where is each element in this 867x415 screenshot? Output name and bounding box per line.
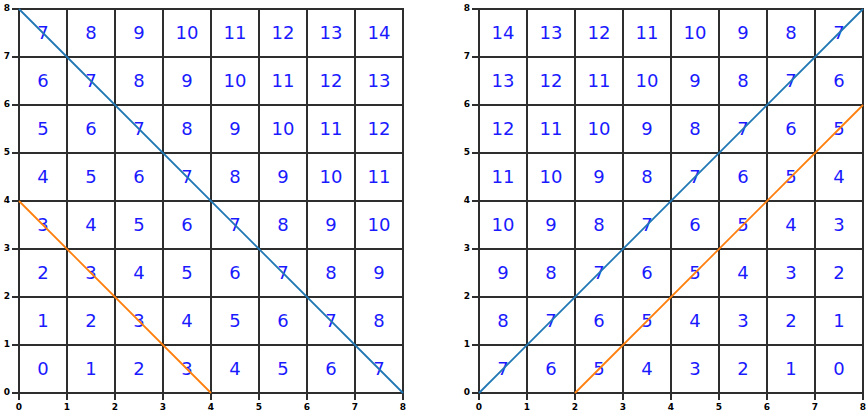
right-x-tick-label-7: 7 [808,402,822,413]
right-cell-x4-y3: 6 [672,202,718,248]
right-x-tick-mark-1 [526,394,528,400]
left-cell-x0-y7: 7 [20,10,66,56]
left-cell-x7-y1: 8 [356,298,402,344]
left-y-tick-mark-8 [12,8,18,10]
left-x-tick-mark-7 [354,394,356,400]
right-cell-x1-y7: 13 [528,10,574,56]
right-cell-x4-y0: 3 [672,346,718,392]
right-x-tick-label-1: 1 [520,402,534,413]
left-cell-x2-y2: 4 [116,250,162,296]
left-cell-x7-y5: 12 [356,106,402,152]
left-cell-x6-y1: 7 [308,298,354,344]
left-cell-x3-y3: 6 [164,202,210,248]
left-x-tick-label-3: 3 [156,402,170,413]
left-cell-x1-y0: 1 [68,346,114,392]
left-y-tick-label-7: 7 [0,51,10,62]
left-cell-x3-y1: 4 [164,298,210,344]
left-x-tick-label-2: 2 [108,402,122,413]
right-cell-x0-y5: 12 [480,106,526,152]
right-cell-x4-y2: 5 [672,250,718,296]
left-x-tick-label-7: 7 [348,402,362,413]
right-cell-x2-y3: 8 [576,202,622,248]
left-x-tick-label-0: 0 [12,402,26,413]
left-cell-x1-y6: 7 [68,58,114,104]
left-x-tick-label-6: 6 [300,402,314,413]
left-x-tick-mark-4 [210,394,212,400]
left-cell-x6-y4: 10 [308,154,354,200]
right-y-tick-mark-6 [472,104,478,106]
right-cell-x3-y5: 9 [624,106,670,152]
left-cell-x5-y3: 8 [260,202,306,248]
right-x-tick-label-2: 2 [568,402,582,413]
left-cell-x1-y5: 6 [68,106,114,152]
left-y-tick-mark-5 [12,152,18,154]
right-cell-x2-y5: 10 [576,106,622,152]
right-cell-x3-y0: 4 [624,346,670,392]
left-cell-x4-y1: 5 [212,298,258,344]
right-y-tick-label-1: 1 [454,339,470,350]
right-cell-x0-y6: 13 [480,58,526,104]
left-cell-x1-y4: 5 [68,154,114,200]
left-cell-x3-y0: 3 [164,346,210,392]
right-x-tick-mark-5 [718,394,720,400]
left-x-tick-mark-1 [66,394,68,400]
left-cell-x3-y5: 8 [164,106,210,152]
right-cell-x5-y6: 8 [720,58,766,104]
right-y-tick-label-8: 8 [454,3,470,14]
left-y-tick-mark-3 [12,248,18,250]
right-y-tick-label-5: 5 [454,147,470,158]
left-cell-x4-y2: 6 [212,250,258,296]
left-cell-x6-y2: 8 [308,250,354,296]
left-cell-x5-y4: 9 [260,154,306,200]
right-y-tick-mark-1 [472,344,478,346]
right-cell-x3-y1: 5 [624,298,670,344]
right-cell-x5-y5: 7 [720,106,766,152]
left-cell-x5-y7: 12 [260,10,306,56]
right-cell-x1-y4: 10 [528,154,574,200]
right-y-tick-label-6: 6 [454,99,470,110]
right-cell-x4-y7: 10 [672,10,718,56]
left-y-tick-label-1: 1 [0,339,10,350]
right-y-tick-label-3: 3 [454,243,470,254]
right-y-tick-mark-3 [472,248,478,250]
right-plot: 1413121110987131211109876121110987651110… [478,8,864,415]
right-cell-x0-y0: 7 [480,346,526,392]
right-cell-x5-y1: 3 [720,298,766,344]
right-cell-x4-y4: 7 [672,154,718,200]
right-y-tick-label-2: 2 [454,291,470,302]
right-cell-x3-y3: 7 [624,202,670,248]
left-y-tick-mark-6 [12,104,18,106]
right-y-tick-mark-2 [472,296,478,298]
left-y-tick-label-8: 8 [0,3,10,14]
left-y-tick-mark-1 [12,344,18,346]
left-cell-x7-y6: 13 [356,58,402,104]
right-cell-x3-y7: 11 [624,10,670,56]
right-cell-x2-y6: 11 [576,58,622,104]
left-cell-x1-y1: 2 [68,298,114,344]
left-y-tick-label-3: 3 [0,243,10,254]
right-cell-x2-y2: 7 [576,250,622,296]
left-cell-x6-y5: 11 [308,106,354,152]
left-cell-x7-y3: 10 [356,202,402,248]
left-cell-x6-y0: 6 [308,346,354,392]
right-x-tick-mark-7 [814,394,816,400]
right-x-tick-label-0: 0 [472,402,486,413]
left-cell-x0-y5: 5 [20,106,66,152]
right-cell-x4-y6: 9 [672,58,718,104]
left-cell-x2-y5: 7 [116,106,162,152]
right-x-tick-mark-0 [478,394,480,400]
left-cell-x6-y7: 13 [308,10,354,56]
left-cell-x3-y2: 5 [164,250,210,296]
left-x-tick-label-8: 8 [396,402,410,413]
left-cell-x4-y5: 9 [212,106,258,152]
right-cell-x1-y6: 12 [528,58,574,104]
right-cell-x4-y5: 8 [672,106,718,152]
right-y-tick-label-0: 0 [454,387,470,398]
right-cell-x3-y6: 10 [624,58,670,104]
right-x-tick-mark-2 [574,394,576,400]
right-x-tick-mark-3 [622,394,624,400]
right-cell-x6-y7: 8 [768,10,814,56]
right-x-tick-mark-8 [862,394,864,400]
left-cell-x0-y3: 3 [20,202,66,248]
right-cell-x7-y6: 6 [816,58,862,104]
right-cell-x0-y7: 14 [480,10,526,56]
right-cell-x5-y3: 5 [720,202,766,248]
right-cell-x1-y3: 9 [528,202,574,248]
right-cell-x5-y0: 2 [720,346,766,392]
left-x-tick-mark-0 [18,394,20,400]
left-x-tick-mark-8 [402,394,404,400]
left-y-tick-mark-2 [12,296,18,298]
left-cell-x1-y7: 8 [68,10,114,56]
right-cell-x2-y1: 6 [576,298,622,344]
right-cell-x7-y0: 0 [816,346,862,392]
left-cell-x0-y1: 1 [20,298,66,344]
left-x-tick-mark-3 [162,394,164,400]
left-cell-x6-y6: 12 [308,58,354,104]
right-cell-x7-y1: 1 [816,298,862,344]
left-cell-x4-y7: 11 [212,10,258,56]
left-cell-x5-y5: 10 [260,106,306,152]
left-cell-x0-y4: 4 [20,154,66,200]
right-cell-x6-y3: 4 [768,202,814,248]
right-cell-x0-y4: 11 [480,154,526,200]
right-cell-x3-y2: 6 [624,250,670,296]
right-x-tick-label-5: 5 [712,402,726,413]
right-cell-x7-y4: 4 [816,154,862,200]
left-y-tick-mark-7 [12,56,18,58]
right-cell-x7-y5: 5 [816,106,862,152]
right-y-tick-mark-4 [472,200,478,202]
right-x-tick-label-8: 8 [856,402,867,413]
right-x-tick-label-6: 6 [760,402,774,413]
left-cell-x7-y2: 9 [356,250,402,296]
left-cell-x1-y3: 4 [68,202,114,248]
left-x-tick-label-4: 4 [204,402,218,413]
left-cell-x5-y2: 7 [260,250,306,296]
left-x-tick-label-5: 5 [252,402,266,413]
right-cell-x6-y4: 5 [768,154,814,200]
right-cell-x7-y7: 7 [816,10,862,56]
right-cell-x2-y4: 9 [576,154,622,200]
left-cell-x2-y1: 3 [116,298,162,344]
right-cell-x3-y4: 8 [624,154,670,200]
right-cell-x1-y5: 11 [528,106,574,152]
right-cell-x7-y3: 3 [816,202,862,248]
left-cell-x7-y7: 14 [356,10,402,56]
left-cell-x3-y7: 10 [164,10,210,56]
right-cell-x1-y0: 6 [528,346,574,392]
right-cell-x4-y1: 4 [672,298,718,344]
right-y-tick-mark-8 [472,8,478,10]
left-cell-x2-y0: 2 [116,346,162,392]
left-y-tick-label-2: 2 [0,291,10,302]
left-cell-x3-y6: 9 [164,58,210,104]
figure: 7891011121314678910111213567891011124567… [0,0,867,415]
right-cell-x0-y3: 10 [480,202,526,248]
right-y-tick-mark-5 [472,152,478,154]
right-cell-x5-y2: 4 [720,250,766,296]
left-cell-x6-y3: 9 [308,202,354,248]
right-x-tick-label-4: 4 [664,402,678,413]
right-y-tick-mark-7 [472,56,478,58]
left-x-tick-label-1: 1 [60,402,74,413]
left-cell-x3-y4: 7 [164,154,210,200]
right-cell-x2-y0: 5 [576,346,622,392]
left-y-tick-label-5: 5 [0,147,10,158]
left-board-grid: 7891011121314678910111213567891011124567… [18,8,404,394]
left-cell-x0-y6: 6 [20,58,66,104]
left-cell-x5-y0: 5 [260,346,306,392]
right-cell-x6-y6: 7 [768,58,814,104]
right-board-grid: 1413121110987131211109876121110987651110… [478,8,864,394]
left-x-tick-mark-5 [258,394,260,400]
left-cell-x2-y3: 5 [116,202,162,248]
right-cell-x2-y7: 12 [576,10,622,56]
right-cell-x5-y4: 6 [720,154,766,200]
left-cell-x7-y0: 7 [356,346,402,392]
right-y-tick-label-4: 4 [454,195,470,206]
right-cell-x7-y2: 2 [816,250,862,296]
left-cell-x0-y2: 2 [20,250,66,296]
left-cell-x4-y0: 4 [212,346,258,392]
right-cell-x6-y2: 3 [768,250,814,296]
left-cell-x2-y6: 8 [116,58,162,104]
right-cell-x1-y1: 7 [528,298,574,344]
left-cell-x4-y4: 8 [212,154,258,200]
left-cell-x2-y7: 9 [116,10,162,56]
right-x-tick-label-3: 3 [616,402,630,413]
left-cell-x1-y2: 3 [68,250,114,296]
right-cell-x1-y2: 8 [528,250,574,296]
right-cell-x6-y5: 6 [768,106,814,152]
left-y-tick-label-6: 6 [0,99,10,110]
right-x-tick-mark-6 [766,394,768,400]
left-cell-x0-y0: 0 [20,346,66,392]
right-y-tick-label-7: 7 [454,51,470,62]
left-cell-x5-y6: 11 [260,58,306,104]
left-y-tick-label-4: 4 [0,195,10,206]
left-y-tick-mark-4 [12,200,18,202]
left-cell-x7-y4: 11 [356,154,402,200]
left-x-tick-mark-2 [114,394,116,400]
left-plot: 7891011121314678910111213567891011124567… [18,8,404,415]
left-cell-x4-y3: 7 [212,202,258,248]
right-cell-x0-y1: 8 [480,298,526,344]
left-cell-x2-y4: 6 [116,154,162,200]
right-cell-x6-y0: 1 [768,346,814,392]
right-cell-x0-y2: 9 [480,250,526,296]
left-x-tick-mark-6 [306,394,308,400]
left-cell-x4-y6: 10 [212,58,258,104]
right-x-tick-mark-4 [670,394,672,400]
right-cell-x5-y7: 9 [720,10,766,56]
left-cell-x5-y1: 6 [260,298,306,344]
left-y-tick-label-0: 0 [0,387,10,398]
right-cell-x6-y1: 2 [768,298,814,344]
